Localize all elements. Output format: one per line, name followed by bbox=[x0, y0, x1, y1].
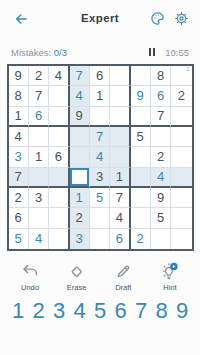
cell-r2c5[interactable]: 1 bbox=[90, 86, 110, 106]
numpad-key-5[interactable]: 5 bbox=[93, 299, 107, 323]
mistakes-value: 0/3 bbox=[54, 47, 67, 58]
cell-r3c9[interactable] bbox=[171, 107, 191, 127]
cell-r7c4[interactable]: 1 bbox=[70, 188, 90, 208]
cell-r8c4[interactable]: 2 bbox=[70, 208, 90, 228]
cell-r2c3[interactable] bbox=[49, 86, 69, 106]
cell-r1c9[interactable]: 1 bbox=[171, 66, 191, 86]
cell-r4c8[interactable] bbox=[151, 127, 171, 147]
cell-r6c6[interactable]: 1 bbox=[110, 168, 130, 188]
undo-button[interactable]: Undo bbox=[9, 262, 51, 292]
cell-r8c5[interactable] bbox=[90, 208, 110, 228]
header-icons bbox=[150, 11, 189, 26]
cell-r8c2[interactable] bbox=[29, 208, 49, 228]
cell-r9c1[interactable]: 5 bbox=[9, 229, 29, 249]
cell-r2c8[interactable]: 6 bbox=[151, 86, 171, 106]
cell-r2c7[interactable]: 9 bbox=[131, 86, 151, 106]
cell-r6c3[interactable] bbox=[49, 168, 69, 188]
header: Expert bbox=[0, 0, 200, 35]
draft-label: Draft bbox=[115, 283, 131, 292]
cell-r4c3[interactable] bbox=[49, 127, 69, 147]
cell-r3c3[interactable] bbox=[49, 107, 69, 127]
cell-r2c6[interactable] bbox=[110, 86, 130, 106]
cell-r6c8[interactable]: 4 bbox=[151, 168, 171, 188]
draft-button[interactable]: Draft bbox=[102, 262, 144, 292]
cell-r7c6[interactable]: 7 bbox=[110, 188, 130, 208]
hint-label: Hint bbox=[163, 283, 176, 292]
cell-r5c9[interactable] bbox=[171, 147, 191, 167]
cell-r1c6[interactable] bbox=[110, 66, 130, 86]
cell-r6c2[interactable] bbox=[29, 168, 49, 188]
cell-r1c3[interactable]: 4 bbox=[49, 66, 69, 86]
cell-r5c2[interactable]: 1 bbox=[29, 147, 49, 167]
cell-r9c7[interactable]: 2 bbox=[131, 229, 151, 249]
numpad-key-2[interactable]: 2 bbox=[32, 299, 46, 323]
pencil-icon bbox=[114, 262, 133, 281]
cell-r3c6[interactable] bbox=[110, 107, 130, 127]
undo-label: Undo bbox=[21, 283, 39, 292]
cell-r2c9[interactable]: 2 bbox=[171, 86, 191, 106]
cell-r8c9[interactable] bbox=[171, 208, 191, 228]
theme-palette-button[interactable] bbox=[150, 11, 165, 26]
cell-r1c5[interactable]: 6 bbox=[90, 66, 110, 86]
pause-icon bbox=[149, 48, 151, 56]
cell-r7c1[interactable]: 2 bbox=[9, 188, 29, 208]
cell-r3c5[interactable] bbox=[90, 107, 110, 127]
cell-r4c5[interactable]: 7 bbox=[90, 127, 110, 147]
cell-r7c8[interactable]: 9 bbox=[151, 188, 171, 208]
numpad-key-4[interactable]: 4 bbox=[73, 299, 87, 323]
cell-r9c8[interactable] bbox=[151, 229, 171, 249]
gear-icon bbox=[174, 11, 189, 26]
cell-r3c7[interactable] bbox=[131, 107, 151, 127]
numpad-key-1[interactable]: 1 bbox=[11, 299, 25, 323]
palette-icon bbox=[150, 11, 165, 26]
cell-r1c7[interactable] bbox=[131, 66, 151, 86]
cell-r1c4[interactable]: 7 bbox=[70, 66, 90, 86]
cell-r9c2[interactable]: 4 bbox=[29, 229, 49, 249]
cell-r5c3[interactable]: 6 bbox=[49, 147, 69, 167]
cell-r7c3[interactable] bbox=[49, 188, 69, 208]
cell-r3c8[interactable]: 7 bbox=[151, 107, 171, 127]
numpad-key-7[interactable]: 7 bbox=[134, 299, 148, 323]
cell-r7c7[interactable] bbox=[131, 188, 151, 208]
cell-r6c9[interactable] bbox=[171, 168, 191, 188]
hint-button[interactable]: Hint bbox=[149, 262, 191, 292]
cell-r4c1[interactable]: 4 bbox=[9, 127, 29, 147]
cell-r7c5[interactable]: 5 bbox=[90, 188, 110, 208]
mistakes-label: Mistakes: bbox=[11, 47, 51, 58]
cell-r5c6[interactable] bbox=[110, 147, 130, 167]
cell-r4c7[interactable]: 5 bbox=[131, 127, 151, 147]
cell-r9c9[interactable] bbox=[171, 229, 191, 249]
cell-r9c6[interactable]: 6 bbox=[110, 229, 130, 249]
pencil-note: 1 bbox=[186, 66, 189, 73]
numpad-key-9[interactable]: 9 bbox=[175, 299, 189, 323]
pause-button[interactable] bbox=[148, 47, 157, 57]
erase-label: Erase bbox=[67, 283, 87, 292]
numpad-key-6[interactable]: 6 bbox=[114, 299, 128, 323]
cell-r9c4[interactable]: 3 bbox=[70, 229, 90, 249]
cell-r6c1[interactable]: 7 bbox=[9, 168, 29, 188]
undo-icon bbox=[21, 262, 40, 281]
numpad: 123456789 bbox=[0, 299, 200, 323]
cell-r1c1[interactable]: 9 bbox=[9, 66, 29, 86]
numpad-key-8[interactable]: 8 bbox=[155, 299, 169, 323]
toolbar: Undo Erase Draft bbox=[0, 262, 200, 292]
cell-r4c6[interactable] bbox=[110, 127, 130, 147]
numpad-key-3[interactable]: 3 bbox=[52, 299, 66, 323]
cell-r5c7[interactable] bbox=[131, 147, 151, 167]
sudoku-board: 9247681874196216974753164273142315796245… bbox=[7, 64, 194, 251]
cell-r2c1[interactable]: 8 bbox=[9, 86, 29, 106]
cell-r5c5[interactable]: 4 bbox=[90, 147, 110, 167]
settings-button[interactable] bbox=[174, 11, 189, 26]
cell-r6c4[interactable] bbox=[70, 168, 90, 188]
game-timer: 10:55 bbox=[165, 47, 189, 58]
cell-r9c5[interactable] bbox=[90, 229, 110, 249]
cell-r4c4[interactable] bbox=[70, 127, 90, 147]
cell-r1c2[interactable]: 2 bbox=[29, 66, 49, 86]
cell-r7c2[interactable]: 3 bbox=[29, 188, 49, 208]
lightbulb-icon bbox=[160, 262, 179, 281]
cell-r4c2[interactable] bbox=[29, 127, 49, 147]
status-bar: Mistakes: 0/3 10:55 bbox=[0, 46, 200, 58]
cell-r6c5[interactable]: 3 bbox=[90, 168, 110, 188]
cell-r3c2[interactable]: 6 bbox=[29, 107, 49, 127]
cell-r8c3[interactable] bbox=[49, 208, 69, 228]
cell-r6c7[interactable] bbox=[131, 168, 151, 188]
cell-r2c4[interactable]: 4 bbox=[70, 86, 90, 106]
cell-r7c9[interactable] bbox=[171, 188, 191, 208]
erase-button[interactable]: Erase bbox=[56, 262, 98, 292]
cell-r8c1[interactable]: 6 bbox=[9, 208, 29, 228]
cell-r3c1[interactable]: 1 bbox=[9, 107, 29, 127]
cell-r8c8[interactable]: 5 bbox=[151, 208, 171, 228]
status-right: 10:55 bbox=[148, 47, 189, 58]
cell-r8c7[interactable] bbox=[131, 208, 151, 228]
cell-r2c2[interactable]: 7 bbox=[29, 86, 49, 106]
cell-r5c1[interactable]: 3 bbox=[9, 147, 29, 167]
sudoku-app: Expert Mistakes: 0/3 bbox=[0, 0, 200, 355]
cell-r5c4[interactable] bbox=[70, 147, 90, 167]
cell-r9c3[interactable] bbox=[49, 229, 69, 249]
eraser-icon bbox=[67, 262, 86, 281]
cell-r3c4[interactable]: 9 bbox=[70, 107, 90, 127]
cell-r8c6[interactable]: 4 bbox=[110, 208, 130, 228]
mistakes-counter: Mistakes: 0/3 bbox=[11, 47, 67, 58]
cell-r5c8[interactable]: 2 bbox=[151, 147, 171, 167]
cell-r1c8[interactable]: 8 bbox=[151, 66, 171, 86]
cell-r4c9[interactable] bbox=[171, 127, 191, 147]
